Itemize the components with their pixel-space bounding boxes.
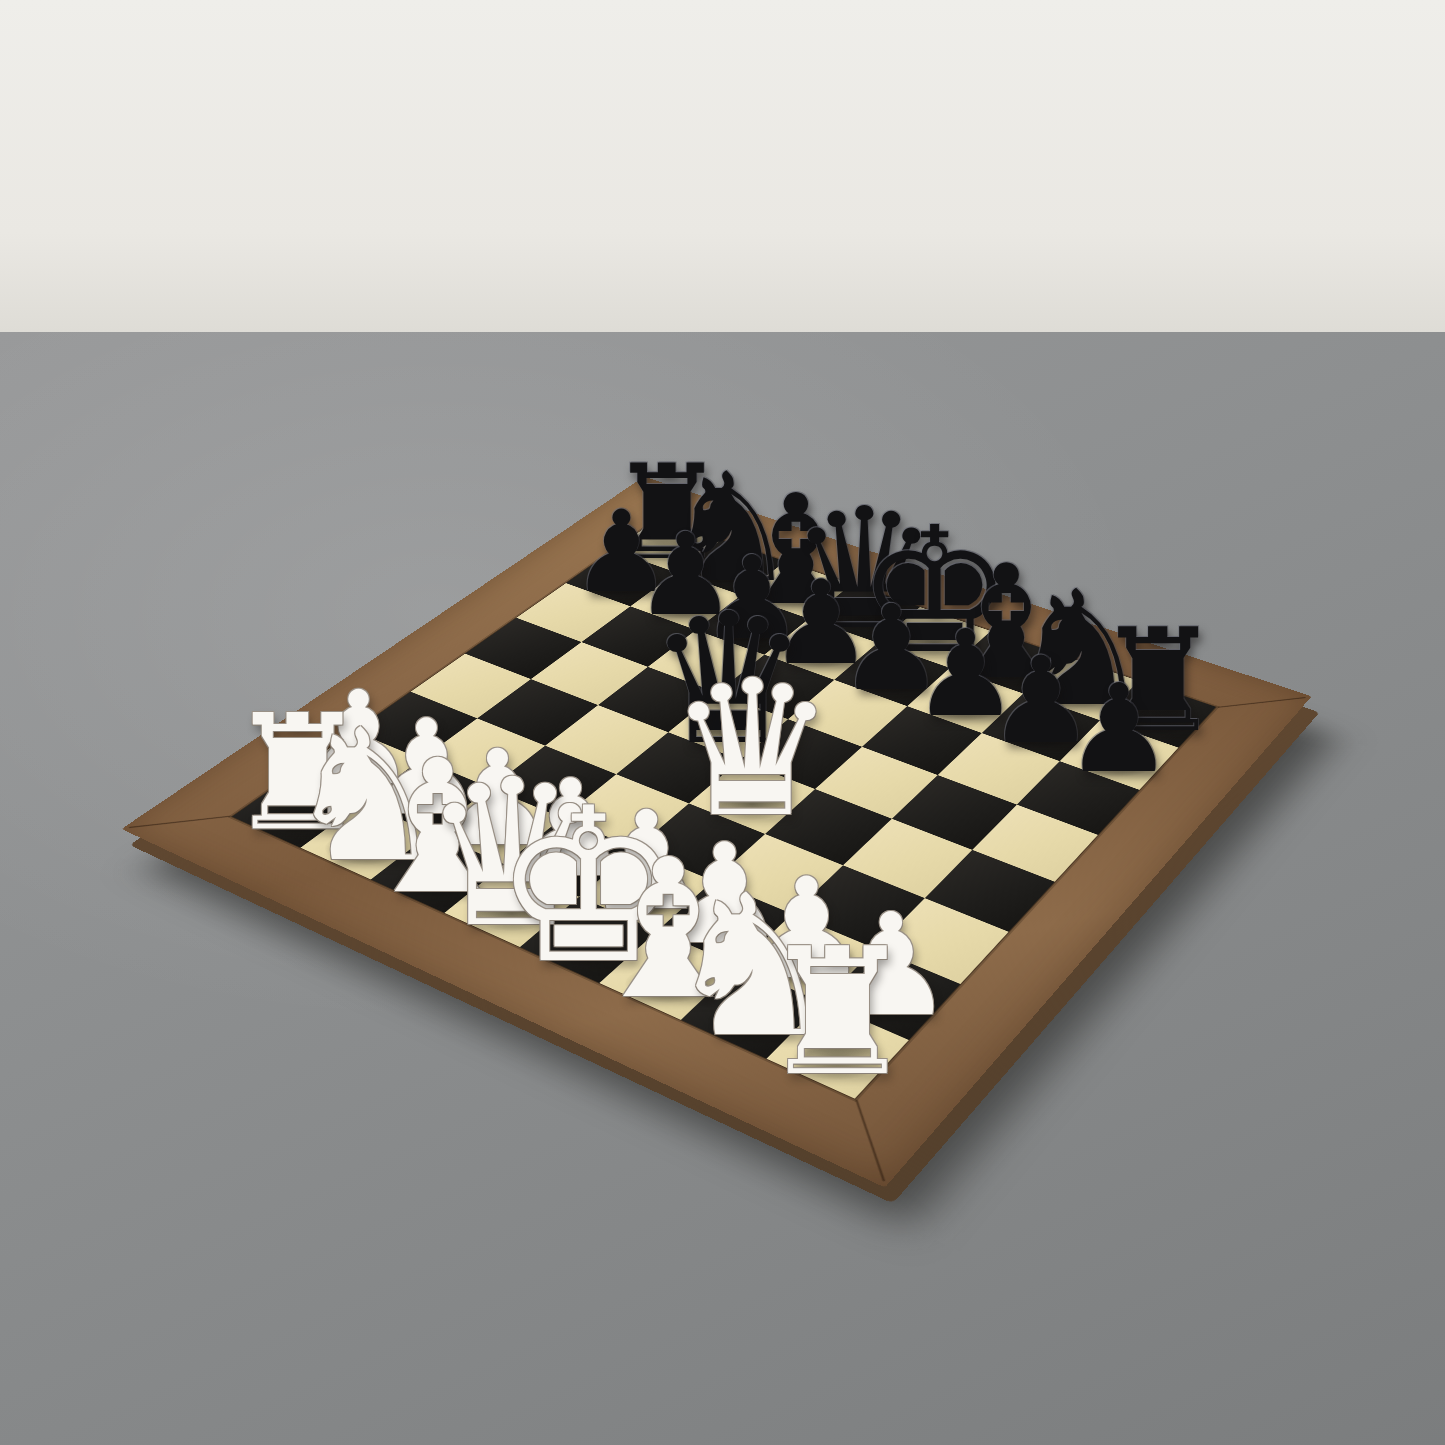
frame-mitre-joint [643,479,658,518]
frame-mitre-joint [1217,697,1306,708]
scene: ♜♞♟♝♟♛♟♚♟♝♟♞♟♜♛♟♟♟♟♛♜♟♞♟♝♟♛♟♚♟♝♟♞♜ [0,0,1445,1445]
frame-mitre-joint [129,816,230,829]
frame-mitre-joint [855,1100,885,1182]
background-wall [0,0,1445,332]
